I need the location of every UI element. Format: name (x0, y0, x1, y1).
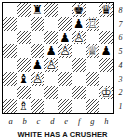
white-pawn[interactable]: ♙ (46, 58, 57, 72)
file-labels: abcdefgh (4, 116, 114, 127)
square-d7[interactable] (44, 17, 58, 31)
square-a3[interactable] (3, 72, 17, 86)
rank-label-3: 3 (117, 75, 125, 84)
square-h5[interactable]: ♟ (99, 44, 113, 58)
white-bishop[interactable]: ♗ (18, 99, 29, 113)
white-queen[interactable]: ♕ (87, 44, 98, 58)
rank-label-1: 1 (117, 102, 125, 111)
square-g3[interactable] (86, 72, 100, 86)
square-d1[interactable] (44, 99, 58, 113)
square-g1[interactable] (86, 99, 100, 113)
square-c6[interactable] (31, 31, 45, 45)
square-g6[interactable] (86, 31, 100, 45)
file-label-d: d (50, 116, 54, 126)
white-rook[interactable]: ♖ (87, 17, 98, 31)
square-b4[interactable] (17, 58, 31, 72)
square-d6[interactable] (44, 31, 58, 45)
chess-board: ♜♚♛♟♖♟♙♟♙♕♟♟♙♝♙♔♗ (2, 2, 114, 114)
square-e5[interactable]: ♙ (58, 44, 72, 58)
rank-label-8: 8 (117, 6, 125, 15)
square-h8[interactable]: ♛ (99, 3, 113, 17)
square-d4[interactable]: ♙ (44, 58, 58, 72)
square-b3[interactable]: ♝ (17, 72, 31, 86)
square-c1[interactable] (31, 99, 45, 113)
square-f6[interactable]: ♙ (72, 31, 86, 45)
file-label-g: g (90, 116, 94, 126)
square-a7[interactable] (3, 17, 17, 31)
square-h2[interactable]: ♔ (99, 86, 113, 100)
diagram-caption: WHITE HAS A CRUSHER (0, 130, 125, 140)
black-king[interactable]: ♚ (73, 3, 84, 17)
square-h6[interactable] (99, 31, 113, 45)
square-f2[interactable] (72, 86, 86, 100)
rank-label-6: 6 (117, 33, 125, 42)
square-g4[interactable] (86, 58, 100, 72)
black-rook[interactable]: ♜ (32, 3, 43, 17)
square-f1[interactable] (72, 99, 86, 113)
file-label-b: b (23, 116, 27, 126)
square-d2[interactable] (44, 86, 58, 100)
square-b8[interactable] (17, 3, 31, 17)
square-h7[interactable] (99, 17, 113, 31)
square-a2[interactable] (3, 86, 17, 100)
white-pawn[interactable]: ♙ (73, 31, 84, 45)
square-c7[interactable] (31, 17, 45, 31)
black-pawn[interactable]: ♟ (46, 44, 57, 58)
square-f8[interactable]: ♚ (72, 3, 86, 17)
square-c3[interactable]: ♙ (31, 72, 45, 86)
square-h4[interactable] (99, 58, 113, 72)
black-bishop[interactable]: ♝ (18, 72, 29, 86)
square-g2[interactable] (86, 86, 100, 100)
square-e1[interactable] (58, 99, 72, 113)
black-pawn[interactable]: ♟ (73, 17, 84, 31)
square-f4[interactable] (72, 58, 86, 72)
square-a5[interactable] (3, 44, 17, 58)
square-a4[interactable] (3, 58, 17, 72)
black-pawn[interactable]: ♟ (59, 31, 70, 45)
black-pawn[interactable]: ♟ (101, 44, 112, 58)
square-c2[interactable] (31, 86, 45, 100)
square-b7[interactable] (17, 17, 31, 31)
file-label-f: f (78, 116, 80, 126)
square-e8[interactable] (58, 3, 72, 17)
square-e7[interactable] (58, 17, 72, 31)
rank-label-2: 2 (117, 88, 125, 97)
square-f5[interactable] (72, 44, 86, 58)
square-a1[interactable] (3, 99, 17, 113)
white-king[interactable]: ♔ (101, 86, 112, 100)
black-queen[interactable]: ♛ (101, 3, 112, 17)
rank-labels: 87654321 (117, 4, 125, 114)
square-e3[interactable] (58, 72, 72, 86)
square-c5[interactable] (31, 44, 45, 58)
square-c8[interactable]: ♜ (31, 3, 45, 17)
rank-label-4: 4 (117, 61, 125, 70)
square-g5[interactable]: ♕ (86, 44, 100, 58)
square-g8[interactable] (86, 3, 100, 17)
file-label-a: a (8, 116, 12, 126)
square-f3[interactable] (72, 72, 86, 86)
square-h1[interactable] (99, 99, 113, 113)
square-a8[interactable] (3, 3, 17, 17)
square-e4[interactable] (58, 58, 72, 72)
square-b5[interactable] (17, 44, 31, 58)
rank-label-5: 5 (117, 47, 125, 56)
white-pawn[interactable]: ♙ (32, 72, 43, 86)
black-pawn[interactable]: ♟ (32, 58, 43, 72)
square-f7[interactable]: ♟ (72, 17, 86, 31)
square-c4[interactable]: ♟ (31, 58, 45, 72)
square-d5[interactable]: ♟ (44, 44, 58, 58)
square-e2[interactable] (58, 86, 72, 100)
square-b2[interactable] (17, 86, 31, 100)
square-a6[interactable] (3, 31, 17, 45)
square-d3[interactable] (44, 72, 58, 86)
file-label-c: c (37, 116, 41, 126)
chess-diagram: ♜♚♛♟♖♟♙♟♙♕♟♟♙♝♙♔♗ 87654321 abcdefgh WHIT… (0, 0, 125, 139)
rank-label-7: 7 (117, 20, 125, 29)
square-g7[interactable]: ♖ (86, 17, 100, 31)
file-label-h: h (104, 116, 108, 126)
square-h3[interactable] (99, 72, 113, 86)
square-e6[interactable]: ♟ (58, 31, 72, 45)
square-b1[interactable]: ♗ (17, 99, 31, 113)
white-pawn[interactable]: ♙ (59, 44, 70, 58)
square-d8[interactable] (44, 3, 58, 17)
square-b6[interactable] (17, 31, 31, 45)
file-label-e: e (64, 116, 68, 126)
